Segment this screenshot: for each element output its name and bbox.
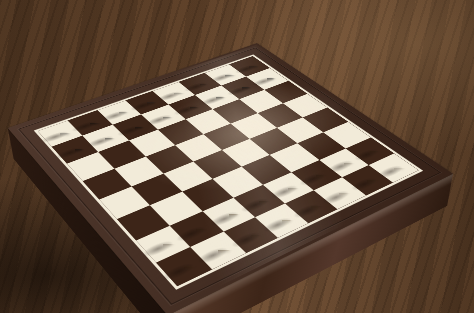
photo-scene: ♜♞♝♛♚♝♞♜♟♟♟♟♟♟♟♟♟♟♟♟♟♟♟♟♜♞♝♛♚♝♞♜ [0, 0, 474, 313]
piece-black-pawn-e7: ♟ [180, 86, 202, 110]
perspective-scene: ♜♞♝♛♚♝♞♜♟♟♟♟♟♟♟♟♟♟♟♟♟♟♟♟♜♞♝♛♚♝♞♜ [0, 0, 474, 313]
piece-black-pawn-b7: ♟ [94, 116, 117, 141]
piece-black-pawn-h7: ♟ [257, 58, 278, 81]
piece-white-bishop-c1: ♝ [232, 199, 269, 240]
piece-black-pawn-a7: ♟ [63, 126, 86, 152]
piece-black-pawn-c7: ♟ [124, 105, 146, 130]
piece-black-pawn-f7: ♟ [206, 76, 227, 100]
piece-white-knight-b1: ♞ [200, 215, 236, 255]
piece-white-rook-a1: ♜ [167, 233, 200, 270]
piece-black-pawn-g7: ♟ [232, 67, 253, 90]
piece-black-pawn-d7: ♟ [152, 95, 174, 120]
chess-box: ♜♞♝♛♚♝♞♜♟♟♟♟♟♟♟♟♟♟♟♟♟♟♟♟♜♞♝♛♚♝♞♜ [8, 43, 453, 313]
